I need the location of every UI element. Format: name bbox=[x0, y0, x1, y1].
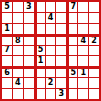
cell-r5c2[interactable] bbox=[13, 46, 23, 56]
cell-r2c1[interactable] bbox=[2, 13, 12, 23]
cell-r5c8[interactable] bbox=[78, 46, 88, 56]
cell-r6c5[interactable] bbox=[46, 56, 56, 66]
cell-r8c7[interactable] bbox=[67, 78, 77, 88]
cell-r1c3[interactable]: 3 bbox=[24, 2, 34, 12]
cell-r1c4[interactable] bbox=[35, 2, 45, 12]
cell-r2c7[interactable] bbox=[67, 13, 77, 23]
cell-r5c3[interactable] bbox=[24, 46, 34, 56]
cell-r7c5[interactable] bbox=[46, 67, 56, 77]
sudoku-board: 53741842751651423 bbox=[0, 0, 101, 101]
cell-r7c8[interactable]: 1 bbox=[78, 67, 88, 77]
cell-r1c6[interactable] bbox=[56, 2, 66, 12]
cell-r9c7[interactable] bbox=[67, 89, 77, 99]
cell-r3c4[interactable] bbox=[35, 24, 45, 34]
cell-r4c1[interactable] bbox=[2, 35, 12, 45]
cell-r2c6[interactable] bbox=[56, 13, 66, 23]
cell-r9c9[interactable] bbox=[89, 89, 99, 99]
cell-r3c5[interactable] bbox=[46, 24, 56, 34]
cell-r9c2[interactable] bbox=[13, 89, 23, 99]
cell-r2c2[interactable] bbox=[13, 13, 23, 23]
cell-r3c1[interactable]: 1 bbox=[2, 24, 12, 34]
cell-r5c9[interactable] bbox=[89, 46, 99, 56]
cell-r2c8[interactable] bbox=[78, 13, 88, 23]
cell-r7c6[interactable] bbox=[56, 67, 66, 77]
cell-r6c2[interactable] bbox=[13, 56, 23, 66]
cell-r3c3[interactable] bbox=[24, 24, 34, 34]
cell-r7c9[interactable] bbox=[89, 67, 99, 77]
cell-r1c2[interactable] bbox=[13, 2, 23, 12]
cell-r4c8[interactable]: 4 bbox=[78, 35, 88, 45]
cell-r9c5[interactable] bbox=[46, 89, 56, 99]
cell-r9c6[interactable]: 3 bbox=[56, 89, 66, 99]
cell-r6c8[interactable] bbox=[78, 56, 88, 66]
cell-r1c5[interactable] bbox=[46, 2, 56, 12]
cell-r7c3[interactable] bbox=[24, 67, 34, 77]
cell-r5c7[interactable] bbox=[67, 46, 77, 56]
cell-r5c1[interactable]: 7 bbox=[2, 46, 12, 56]
cell-r7c4[interactable] bbox=[35, 67, 45, 77]
cell-r6c9[interactable] bbox=[89, 56, 99, 66]
cell-r5c5[interactable] bbox=[46, 46, 56, 56]
cell-r5c4[interactable]: 5 bbox=[35, 46, 45, 56]
cell-r5c6[interactable] bbox=[56, 46, 66, 56]
cell-r3c9[interactable] bbox=[89, 24, 99, 34]
cell-r3c2[interactable] bbox=[13, 24, 23, 34]
cell-r9c3[interactable] bbox=[24, 89, 34, 99]
cell-r1c1[interactable]: 5 bbox=[2, 2, 12, 12]
cell-r2c5[interactable]: 4 bbox=[46, 13, 56, 23]
cell-r3c8[interactable] bbox=[78, 24, 88, 34]
cell-r6c7[interactable] bbox=[67, 56, 77, 66]
cell-r6c1[interactable] bbox=[2, 56, 12, 66]
cell-r1c9[interactable] bbox=[89, 2, 99, 12]
cell-r8c9[interactable] bbox=[89, 78, 99, 88]
cell-r3c6[interactable] bbox=[56, 24, 66, 34]
cell-r1c7[interactable]: 7 bbox=[67, 2, 77, 12]
cell-r9c4[interactable] bbox=[35, 89, 45, 99]
cell-r8c2[interactable]: 4 bbox=[13, 78, 23, 88]
cell-r7c1[interactable]: 6 bbox=[2, 67, 12, 77]
cell-r8c6[interactable] bbox=[56, 78, 66, 88]
cell-r8c3[interactable] bbox=[24, 78, 34, 88]
cell-r1c8[interactable] bbox=[78, 2, 88, 12]
cell-r6c3[interactable] bbox=[24, 56, 34, 66]
cell-r2c3[interactable] bbox=[24, 13, 34, 23]
cell-r8c5[interactable]: 2 bbox=[46, 78, 56, 88]
cell-r4c9[interactable]: 2 bbox=[89, 35, 99, 45]
cell-r9c1[interactable] bbox=[2, 89, 12, 99]
cell-r2c9[interactable] bbox=[89, 13, 99, 23]
cell-r6c6[interactable] bbox=[56, 56, 66, 66]
cell-r3c7[interactable] bbox=[67, 24, 77, 34]
cell-r4c7[interactable] bbox=[67, 35, 77, 45]
cell-r9c8[interactable] bbox=[78, 89, 88, 99]
cell-r2c4[interactable] bbox=[35, 13, 45, 23]
cell-r7c2[interactable] bbox=[13, 67, 23, 77]
cell-r4c5[interactable] bbox=[46, 35, 56, 45]
cell-r4c3[interactable] bbox=[24, 35, 34, 45]
cell-r7c7[interactable]: 5 bbox=[67, 67, 77, 77]
cell-r8c8[interactable] bbox=[78, 78, 88, 88]
cell-r4c2[interactable]: 8 bbox=[13, 35, 23, 45]
cell-r4c4[interactable] bbox=[35, 35, 45, 45]
cell-r4c6[interactable] bbox=[56, 35, 66, 45]
cell-r8c1[interactable] bbox=[2, 78, 12, 88]
cell-r8c4[interactable] bbox=[35, 78, 45, 88]
cell-r6c4[interactable]: 1 bbox=[35, 56, 45, 66]
